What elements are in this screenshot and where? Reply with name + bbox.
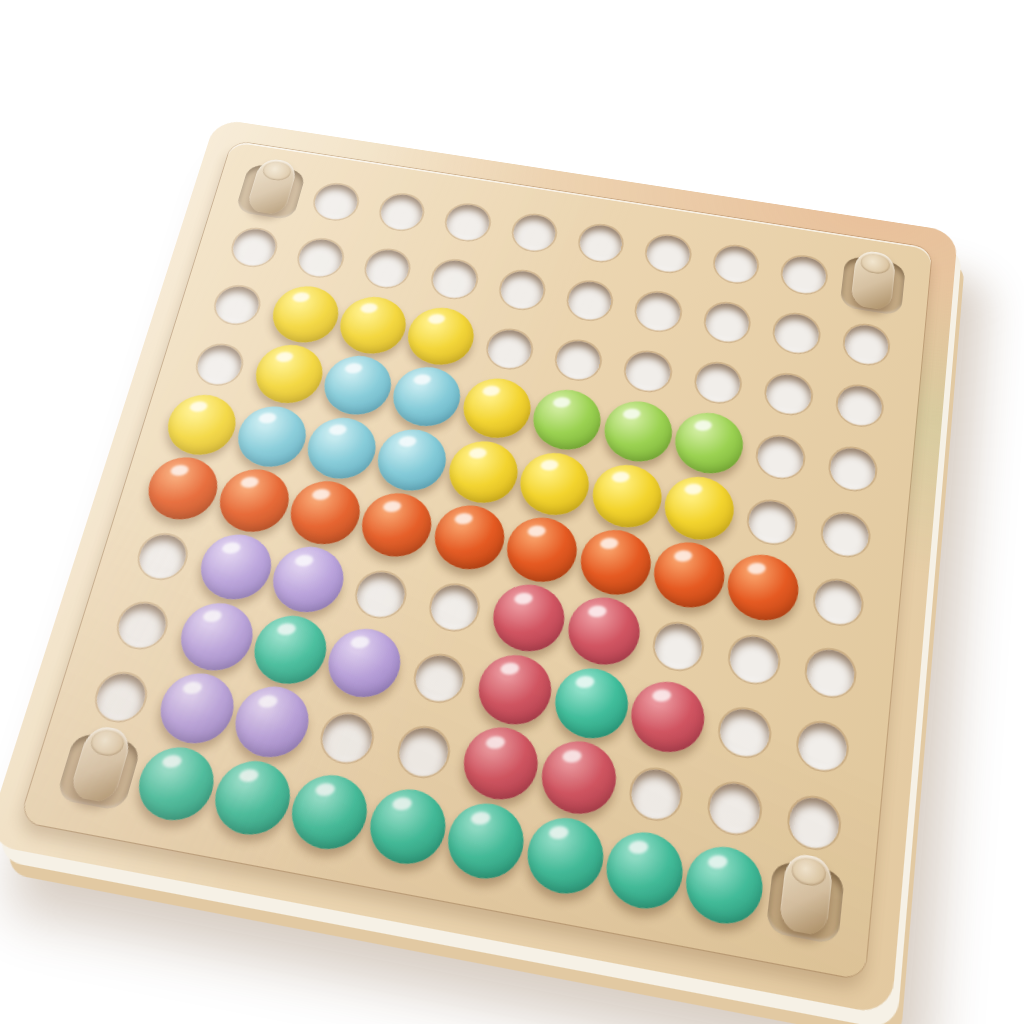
bead-yellow[interactable] [660,471,738,544]
hole[interactable] [634,290,683,333]
cell-r1c5 [495,200,574,266]
hole[interactable] [211,283,263,326]
cell-r1c10 [835,252,910,321]
cell-r10c10 [760,854,850,950]
bead-cyan[interactable] [372,424,453,495]
cell-r1c9 [766,241,842,309]
cell-r7c6 [484,579,572,662]
cell-r7c7 [559,592,646,676]
cell-r5c5 [440,436,525,512]
cell-r3c7 [608,336,688,408]
bead-yellow[interactable] [334,292,412,358]
cell-r3c10 [820,369,898,443]
cell-r2c8 [688,288,766,358]
cell-r9c10 [770,777,858,869]
hole[interactable] [707,780,762,837]
hole[interactable] [134,532,191,582]
hole[interactable] [717,705,771,760]
cell-r10c6 [438,797,532,890]
hole[interactable] [755,433,805,480]
bead-purple[interactable] [227,681,316,763]
bead-teal[interactable] [207,755,298,841]
bead-yellow[interactable] [457,374,535,443]
cell-r2c7 [619,277,698,347]
hole[interactable] [628,766,684,822]
bead-cyan[interactable] [230,401,312,471]
cell-r1c7 [629,220,706,287]
cell-r3c4 [399,303,481,374]
pegboard [0,119,958,1016]
bead-yellow[interactable] [515,448,594,520]
hole[interactable] [804,647,856,700]
cell-r8c8 [623,675,711,762]
bead-purple[interactable] [265,542,350,618]
cell-r2c4 [414,245,495,313]
cell-r3c5 [468,314,550,385]
cell-r9c5 [377,708,470,797]
bead-orange[interactable] [724,549,802,626]
bead-cyan[interactable] [318,351,398,419]
cell-r3c6 [538,325,619,397]
hole[interactable] [91,670,151,724]
cell-r8c10 [779,702,865,791]
bead-yellow[interactable] [248,340,328,408]
bead-red[interactable] [535,735,620,820]
hole[interactable] [577,223,625,264]
cell-r4c10 [813,431,892,507]
hole[interactable] [113,600,171,652]
cell-r7c5 [410,567,499,649]
hole[interactable] [812,577,863,628]
bead-teal[interactable] [442,797,530,885]
cell-r6c9 [721,549,805,631]
cell-r4c8 [668,408,749,483]
cell-r2c6 [550,266,629,335]
hole[interactable] [395,724,452,779]
bead-orange[interactable] [501,512,582,587]
hole[interactable] [835,383,883,429]
bead-orange[interactable] [575,525,655,601]
cell-r6c6 [498,512,584,592]
hole[interactable] [644,233,692,275]
hole[interactable] [820,510,870,559]
cell-r3c9 [749,358,828,431]
bead-orange[interactable] [649,537,728,613]
bead-orange[interactable] [212,464,296,537]
hole[interactable] [318,711,376,766]
hole[interactable] [703,301,751,344]
hole[interactable] [652,620,705,672]
hole[interactable] [429,258,479,300]
cell-r10c8 [598,825,690,920]
cell-r1c6 [562,210,640,277]
hole[interactable] [746,498,797,547]
cell-r5c8 [657,471,740,549]
cell-r1c8 [697,231,774,299]
hole[interactable] [443,202,492,243]
bead-red[interactable] [487,580,570,658]
bead-green[interactable] [671,408,747,479]
bead-green[interactable] [528,385,606,455]
hole[interactable] [693,360,742,405]
hole[interactable] [229,227,280,269]
hole[interactable] [795,719,848,774]
bead-teal[interactable] [247,610,334,689]
bead-yellow[interactable] [266,281,345,347]
cell-r10c9 [679,840,770,935]
cell-r3c8 [678,347,757,420]
cell-r6c10 [796,562,879,644]
cell-r5c10 [805,495,886,574]
bead-red[interactable] [626,676,709,758]
cell-r8c6 [470,649,560,735]
cell-r8c9 [701,689,788,777]
bead-red[interactable] [562,592,644,670]
hole[interactable] [828,445,877,492]
hole[interactable] [484,327,535,371]
bead-yellow[interactable] [402,303,479,369]
cell-r5c9 [731,483,813,562]
bead-yellow[interactable] [587,459,665,532]
cell-r6c8 [646,537,730,618]
cell-r7c9 [711,618,796,703]
cell-r7c10 [788,631,872,716]
bead-cyan[interactable] [387,363,466,432]
hole[interactable] [193,342,246,387]
cell-r4c6 [525,385,608,459]
hole[interactable] [842,323,889,367]
bead-red[interactable] [473,649,557,730]
cell-r6c7 [572,524,657,604]
hole[interactable] [712,243,759,285]
hole[interactable] [781,254,828,296]
hole[interactable] [553,338,603,382]
hole[interactable] [427,582,482,633]
cell-r7c8 [635,605,721,689]
hole[interactable] [565,279,614,322]
cell-r6c5 [425,500,512,579]
hole[interactable] [623,349,673,394]
bead-green[interactable] [599,397,676,467]
bead-teal[interactable] [601,826,687,915]
bead-red[interactable] [458,722,544,806]
cell-r9c7 [532,735,623,825]
cell-r5c6 [512,447,596,524]
cell-r2c9 [758,298,835,369]
cell-r4c7 [596,396,678,471]
hole[interactable] [497,269,547,312]
cell-r9c6 [454,721,546,811]
cell-r8c7 [546,662,635,749]
hole[interactable] [510,212,559,253]
hole[interactable] [295,237,346,279]
bead-teal[interactable] [682,840,767,929]
hole[interactable] [728,633,781,686]
bead-orange[interactable] [428,500,510,574]
cell-r2c5 [482,256,562,325]
bead-orange[interactable] [283,476,366,549]
cell-r2c10 [828,309,905,380]
hole[interactable] [311,182,361,222]
hole[interactable] [772,312,820,356]
bead-cyan[interactable] [301,413,382,484]
bead-teal[interactable] [363,783,452,870]
bead-teal[interactable] [285,769,375,855]
scene [0,0,1024,1024]
corner-peg [850,249,896,311]
bead-teal[interactable] [521,811,608,899]
hole[interactable] [787,794,842,851]
cell-r9c8 [611,749,701,840]
cell-r9c9 [690,763,779,855]
hole[interactable] [764,371,813,416]
bead-orange[interactable] [356,488,438,562]
bead-yellow[interactable] [443,436,523,508]
cell-r4c5 [454,373,537,447]
cell-r8c5 [394,636,485,722]
hole[interactable] [411,652,467,705]
hole[interactable] [377,192,427,233]
bead-purple[interactable] [321,623,407,703]
hole[interactable] [353,569,408,620]
bead-teal[interactable] [549,662,633,743]
hole[interactable] [362,247,413,289]
cell-r1c4 [428,190,507,256]
cell-r10c7 [518,811,611,905]
cell-r4c9 [740,419,820,495]
cell-r5c7 [584,459,668,537]
